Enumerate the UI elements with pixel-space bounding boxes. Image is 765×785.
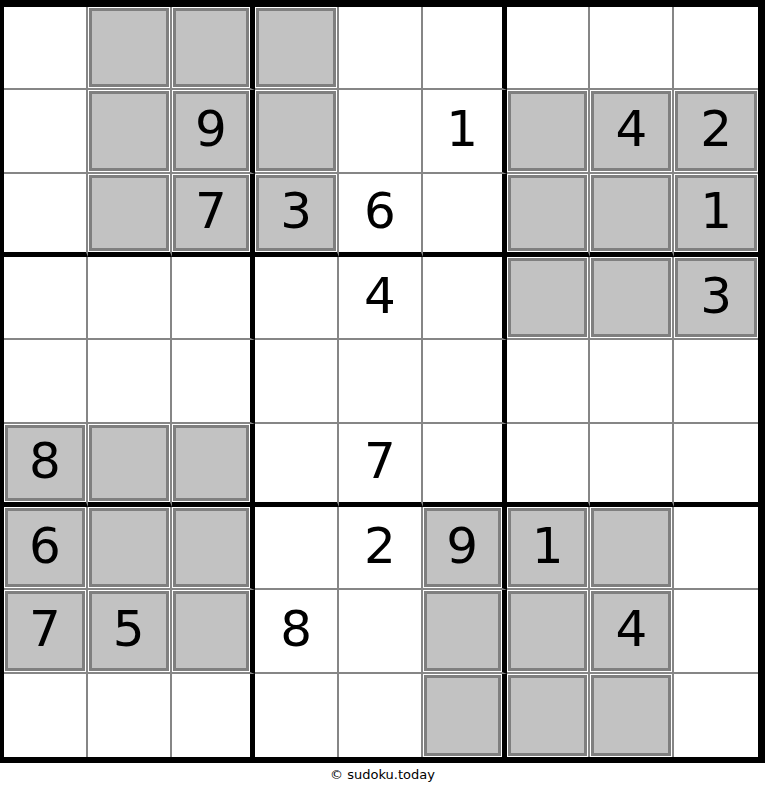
cell-r9c9[interactable]	[674, 674, 758, 757]
cell-r7c1[interactable]: 6	[4, 507, 88, 590]
cell-r7c4[interactable]	[255, 507, 339, 590]
shaded-cell-overlay	[508, 591, 588, 670]
shaded-cell-overlay	[89, 508, 169, 587]
cell-r1c3[interactable]	[172, 7, 256, 90]
cell-r4c5[interactable]: 4	[339, 257, 423, 340]
cell-r9c1[interactable]	[4, 674, 88, 757]
cell-r1c2[interactable]	[88, 7, 172, 90]
cell-r6c2[interactable]	[88, 424, 172, 507]
shaded-cell-overlay	[173, 8, 250, 87]
given-digit: 6	[4, 507, 86, 588]
given-digit: 3	[255, 174, 337, 252]
shaded-cell-overlay	[256, 91, 336, 170]
given-digit: 4	[590, 590, 672, 671]
shaded-cell-overlay	[591, 258, 671, 337]
given-digit: 1	[674, 174, 758, 252]
shaded-cell-overlay	[591, 175, 671, 251]
cell-r5c9[interactable]	[674, 340, 758, 423]
cell-r5c3[interactable]	[172, 340, 256, 423]
shaded-cell-overlay	[424, 591, 501, 670]
cell-r7c7[interactable]: 1	[507, 507, 591, 590]
shaded-cell-overlay	[89, 175, 169, 251]
cell-r3c8[interactable]	[590, 174, 674, 257]
cell-r4c8[interactable]	[590, 257, 674, 340]
shaded-cell-overlay	[256, 8, 336, 87]
given-digit: 4	[590, 90, 672, 171]
cell-r7c8[interactable]	[590, 507, 674, 590]
cell-r4c4[interactable]	[255, 257, 339, 340]
cell-r1c7[interactable]	[507, 7, 591, 90]
cell-r8c7[interactable]	[507, 590, 591, 673]
cell-r2c4[interactable]	[255, 90, 339, 173]
shaded-cell-overlay	[508, 675, 588, 756]
cell-r7c2[interactable]	[88, 507, 172, 590]
cell-r2c7[interactable]	[507, 90, 591, 173]
cell-r2c6[interactable]: 1	[423, 90, 507, 173]
cell-r9c7[interactable]	[507, 674, 591, 757]
cell-r8c5[interactable]	[339, 590, 423, 673]
cell-r6c9[interactable]	[674, 424, 758, 507]
given-digit: 8	[255, 590, 337, 671]
given-digit: 3	[674, 257, 758, 338]
cell-r3c9[interactable]: 1	[674, 174, 758, 257]
cell-r6c3[interactable]	[172, 424, 256, 507]
cell-r5c4[interactable]	[255, 340, 339, 423]
shaded-cell-overlay	[591, 675, 671, 756]
cell-r3c3[interactable]: 7	[172, 174, 256, 257]
cell-r3c5[interactable]: 6	[339, 174, 423, 257]
cell-r6c5[interactable]: 7	[339, 424, 423, 507]
given-digit: 8	[4, 424, 86, 502]
shaded-cell-overlay	[508, 258, 588, 337]
cell-r2c9[interactable]: 2	[674, 90, 758, 173]
cell-r5c7[interactable]	[507, 340, 591, 423]
shaded-cell-overlay	[424, 675, 501, 756]
cell-r6c1[interactable]: 8	[4, 424, 88, 507]
cell-r9c2[interactable]	[88, 674, 172, 757]
shaded-cell-overlay	[89, 91, 169, 170]
cell-r2c5[interactable]	[339, 90, 423, 173]
shaded-cell-overlay	[508, 91, 588, 170]
given-digit: 2	[339, 507, 421, 588]
cell-r5c8[interactable]	[590, 340, 674, 423]
cell-r8c8[interactable]: 4	[590, 590, 674, 673]
cell-r5c5[interactable]	[339, 340, 423, 423]
cell-r6c7[interactable]	[507, 424, 591, 507]
given-digit: 1	[507, 507, 589, 588]
given-digit: 7	[172, 174, 251, 252]
shaded-cell-overlay	[173, 591, 250, 670]
cell-r6c4[interactable]	[255, 424, 339, 507]
cell-r1c4[interactable]	[255, 7, 339, 90]
cell-r8c1[interactable]: 7	[4, 590, 88, 673]
shaded-cell-overlay	[173, 425, 250, 501]
shaded-cell-overlay	[89, 8, 169, 87]
cell-r7c3[interactable]	[172, 507, 256, 590]
sudoku-board: 91427361438762917584	[0, 0, 765, 763]
cell-r3c6[interactable]	[423, 174, 507, 257]
cell-r9c3[interactable]	[172, 674, 256, 757]
cell-r1c9[interactable]	[674, 7, 758, 90]
given-digit: 7	[4, 590, 86, 671]
cell-r7c9[interactable]	[674, 507, 758, 590]
given-digit: 4	[339, 257, 421, 338]
given-digit: 1	[423, 90, 502, 171]
cell-r9c5[interactable]	[339, 674, 423, 757]
given-digit: 7	[339, 424, 421, 502]
given-digit: 9	[423, 507, 502, 588]
shaded-cell-overlay	[508, 175, 588, 251]
copyright-credit: © sudoku.today	[0, 763, 765, 785]
cell-r4c1[interactable]	[4, 257, 88, 340]
cell-r6c6[interactable]	[423, 424, 507, 507]
shaded-cell-overlay	[591, 508, 671, 587]
cell-r2c3[interactable]: 9	[172, 90, 256, 173]
cell-r1c8[interactable]	[590, 7, 674, 90]
cell-r2c8[interactable]: 4	[590, 90, 674, 173]
cell-r9c6[interactable]	[423, 674, 507, 757]
cell-r4c2[interactable]	[88, 257, 172, 340]
given-digit: 6	[339, 174, 421, 252]
cell-r6c8[interactable]	[590, 424, 674, 507]
cell-r4c6[interactable]	[423, 257, 507, 340]
cell-r9c4[interactable]	[255, 674, 339, 757]
cell-r5c6[interactable]	[423, 340, 507, 423]
given-digit: 2	[674, 90, 758, 171]
cell-r3c7[interactable]	[507, 174, 591, 257]
cell-r5c2[interactable]	[88, 340, 172, 423]
cell-r1c1[interactable]	[4, 7, 88, 90]
given-digit: 9	[172, 90, 251, 171]
cell-r7c5[interactable]: 2	[339, 507, 423, 590]
sudoku-page: 91427361438762917584 © sudoku.today	[0, 0, 765, 785]
cell-r3c2[interactable]	[88, 174, 172, 257]
cell-r4c7[interactable]	[507, 257, 591, 340]
cell-r3c1[interactable]	[4, 174, 88, 257]
cell-r8c9[interactable]	[674, 590, 758, 673]
cell-r4c9[interactable]: 3	[674, 257, 758, 340]
shaded-cell-overlay	[89, 425, 169, 501]
cell-r8c3[interactable]	[172, 590, 256, 673]
cell-r8c4[interactable]: 8	[255, 590, 339, 673]
cell-r7c6[interactable]: 9	[423, 507, 507, 590]
cell-r9c8[interactable]	[590, 674, 674, 757]
given-digit: 5	[88, 590, 170, 671]
cell-r2c1[interactable]	[4, 90, 88, 173]
cell-r3c4[interactable]: 3	[255, 174, 339, 257]
cell-r1c5[interactable]	[339, 7, 423, 90]
cell-r5c1[interactable]	[4, 340, 88, 423]
cell-r4c3[interactable]	[172, 257, 256, 340]
cell-r2c2[interactable]	[88, 90, 172, 173]
shaded-cell-overlay	[173, 508, 250, 587]
cell-r8c2[interactable]: 5	[88, 590, 172, 673]
cell-r8c6[interactable]	[423, 590, 507, 673]
cell-r1c6[interactable]	[423, 7, 507, 90]
